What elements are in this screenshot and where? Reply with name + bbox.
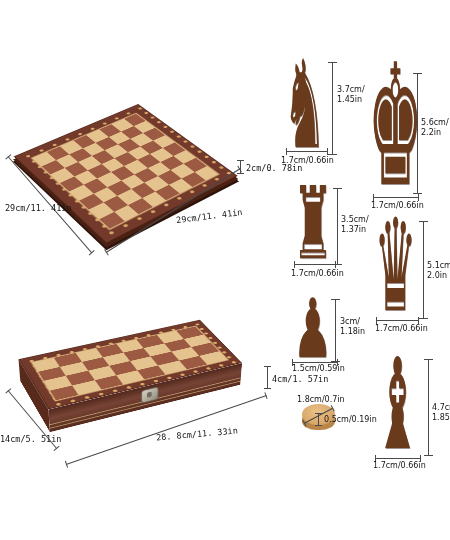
knight-base-line bbox=[286, 151, 328, 152]
folded-chessboard-box bbox=[20, 341, 240, 433]
folded-board-height-bracket bbox=[267, 366, 268, 389]
pawn-glyph: ♟ bbox=[292, 295, 332, 362]
rook-height-line bbox=[337, 188, 338, 265]
product-dimension-diagram: 29cm/11. 41in 29cm/11. 41in 2cm/0. 78in … bbox=[0, 0, 450, 540]
rook-height-label: 3.5cm/1.37in bbox=[341, 215, 369, 235]
queen-height-line bbox=[423, 221, 424, 319]
pawn-base-line bbox=[292, 362, 338, 363]
bishop-glyph: ♝ bbox=[373, 353, 420, 456]
bishop-piece: ♝ bbox=[376, 359, 418, 456]
knight-glyph: ♞ bbox=[283, 55, 327, 155]
queen-piece: ♛ bbox=[374, 221, 416, 319]
rook-base-label: 1.7cm/0.66in bbox=[291, 269, 344, 279]
open-board-bottom-label: 29cm/11. 41in bbox=[176, 207, 243, 225]
king-height-label: 5.6cm/2.2in bbox=[421, 118, 449, 138]
folded-board-depth-label: 14cm/5. 51in bbox=[0, 434, 61, 444]
knight-piece: ♞ bbox=[283, 62, 327, 155]
bishop-base-label: 1.7cm/0.66in bbox=[373, 461, 426, 471]
bishop-base-line bbox=[375, 458, 421, 459]
pawn-height-label: 3cm/1.18in bbox=[340, 317, 365, 337]
queen-height-label: 5.1cm/2.0in bbox=[427, 261, 450, 281]
rook-piece: ♜ bbox=[294, 188, 331, 265]
queen-base-line bbox=[376, 320, 419, 321]
pawn-base-label: 1.5cm/0.59in bbox=[292, 364, 345, 374]
rook-glyph: ♜ bbox=[292, 183, 333, 265]
king-height-line bbox=[417, 73, 418, 194]
open-chessboard bbox=[14, 104, 238, 244]
pawn-piece: ♟ bbox=[294, 299, 331, 362]
disc-thickness-label: 0.5cm/0.19in bbox=[324, 415, 377, 425]
open-board-side-label: 29cm/11. 41in bbox=[5, 203, 72, 213]
board-frame bbox=[14, 104, 238, 244]
metal-clasp bbox=[141, 386, 158, 403]
rook-base-line bbox=[294, 264, 336, 265]
bishop-height-line bbox=[428, 359, 429, 456]
pawn-height-line bbox=[335, 299, 336, 362]
knight-height-label: 3.7cm/1.45in bbox=[337, 85, 365, 105]
bishop-height-label: 4.7cm/1.85in bbox=[432, 403, 450, 423]
king-piece: ♚ bbox=[370, 67, 420, 196]
queen-glyph: ♛ bbox=[374, 214, 416, 319]
open-board-thickness-bracket bbox=[240, 160, 241, 174]
king-glyph: ♚ bbox=[367, 58, 423, 196]
knight-height-line bbox=[332, 62, 333, 155]
disc-thickness-bracket bbox=[318, 413, 319, 426]
